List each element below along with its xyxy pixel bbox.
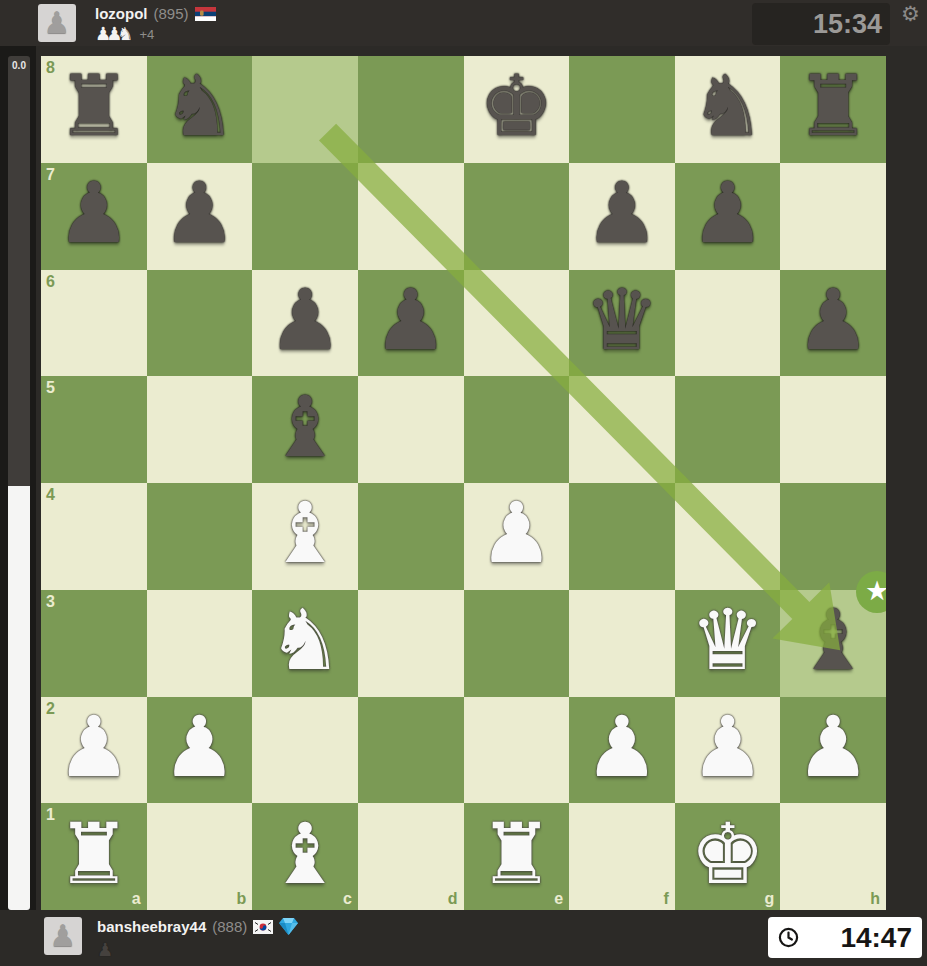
square-e8[interactable]: ♚ <box>464 56 570 163</box>
clock-icon <box>778 927 799 948</box>
bottom-player-rating: (888) <box>212 918 247 935</box>
file-label-e: e <box>554 890 563 908</box>
square-d8[interactable] <box>358 56 464 163</box>
square-c7[interactable] <box>252 163 358 270</box>
square-f7[interactable]: ♟ <box>569 163 675 270</box>
piece-black-queen: ♛ <box>584 278 659 362</box>
eval-bar-black-portion: 0.0 <box>8 56 30 486</box>
chess-board: ★ ♜8♞♚♞♜♟7♟♟♟6♟♟♛♟5♝4♝♟3♞♛♝♟2♟♟♟♟♜1ab♝cd… <box>41 56 886 910</box>
square-a2[interactable]: ♟2 <box>41 697 147 804</box>
file-label-f: f <box>663 890 668 908</box>
piece-white-knight: ♞ <box>267 598 342 682</box>
square-d7[interactable] <box>358 163 464 270</box>
bottom-player-bar: ♟ bansheebray44 (888) ♟ 14:47 <box>0 910 927 966</box>
square-b8[interactable]: ♞ <box>147 56 253 163</box>
bottom-player-avatar[interactable]: ♟ <box>44 917 82 955</box>
piece-white-pawn: ♟ <box>56 705 131 789</box>
square-d2[interactable] <box>358 697 464 804</box>
square-c1[interactable]: ♝c <box>252 803 358 910</box>
square-c5[interactable]: ♝ <box>252 376 358 483</box>
evaluation-bar: 0.0 <box>8 56 30 910</box>
bottom-clock: 14:47 <box>768 917 922 958</box>
square-d1[interactable]: d <box>358 803 464 910</box>
top-player-bar: ♟ lozopol (895) ♟♟♞ +4 15:34 ⚙ <box>0 0 927 46</box>
rank-label-3: 3 <box>46 593 55 611</box>
square-h8[interactable]: ♜ <box>780 56 886 163</box>
square-g3[interactable]: ♛ <box>675 590 781 697</box>
piece-black-pawn: ♟ <box>267 278 342 362</box>
piece-black-pawn: ♟ <box>690 171 765 255</box>
square-b1[interactable]: b <box>147 803 253 910</box>
piece-black-pawn: ♟ <box>162 171 237 255</box>
square-a5[interactable]: 5 <box>41 376 147 483</box>
rank-label-6: 6 <box>46 273 55 291</box>
piece-white-bishop: ♝ <box>267 491 342 575</box>
rank-label-8: 8 <box>46 59 55 77</box>
square-c6[interactable]: ♟ <box>252 270 358 377</box>
square-g6[interactable] <box>675 270 781 377</box>
piece-black-rook: ♜ <box>56 64 131 148</box>
piece-white-queen: ♛ <box>690 598 765 682</box>
square-c2[interactable] <box>252 697 358 804</box>
square-a8[interactable]: ♜8 <box>41 56 147 163</box>
square-g1[interactable]: ♚g <box>675 803 781 910</box>
top-clock-time: 15:34 <box>813 9 882 40</box>
file-label-d: d <box>448 890 458 908</box>
piece-black-pawn: ♟ <box>56 171 131 255</box>
piece-white-rook: ♜ <box>479 812 554 896</box>
square-a4[interactable]: 4 <box>41 483 147 590</box>
star-icon: ★ <box>865 577 886 604</box>
square-e6[interactable] <box>464 270 570 377</box>
top-player-line: lozopol (895) <box>95 5 216 22</box>
square-g8[interactable]: ♞ <box>675 56 781 163</box>
file-label-a: a <box>132 890 141 908</box>
square-h1[interactable]: h <box>780 803 886 910</box>
square-b4[interactable] <box>147 483 253 590</box>
avatar-pawn-icon: ♟ <box>50 921 77 951</box>
file-label-g: g <box>765 890 775 908</box>
rank-label-1: 1 <box>46 806 55 824</box>
top-player-name[interactable]: lozopol <box>95 5 148 22</box>
square-b3[interactable] <box>147 590 253 697</box>
piece-black-knight: ♞ <box>690 64 765 148</box>
avatar-pawn-icon: ♟ <box>44 8 71 38</box>
piece-black-pawn: ♟ <box>584 171 659 255</box>
piece-black-pawn: ♟ <box>373 278 448 362</box>
square-f6[interactable]: ♛ <box>569 270 675 377</box>
captured-black-pieces-icons: ♟ <box>97 941 113 959</box>
material-advantage: +4 <box>139 27 154 42</box>
settings-gear-icon[interactable]: ⚙ <box>901 3 920 24</box>
square-h2[interactable]: ♟ <box>780 697 886 804</box>
piece-black-knight: ♞ <box>162 64 237 148</box>
rank-label-5: 5 <box>46 379 55 397</box>
top-player-avatar[interactable]: ♟ <box>38 4 76 42</box>
square-b7[interactable]: ♟ <box>147 163 253 270</box>
square-e4[interactable]: ♟ <box>464 483 570 590</box>
file-label-c: c <box>343 890 352 908</box>
square-f5[interactable] <box>569 376 675 483</box>
piece-white-pawn: ♟ <box>584 705 659 789</box>
piece-black-pawn: ♟ <box>796 278 871 362</box>
square-h6[interactable]: ♟ <box>780 270 886 377</box>
square-f8[interactable] <box>569 56 675 163</box>
square-c4[interactable]: ♝ <box>252 483 358 590</box>
rank-label-2: 2 <box>46 700 55 718</box>
square-b2[interactable]: ♟ <box>147 697 253 804</box>
piece-black-bishop: ♝ <box>796 598 871 682</box>
rank-label-4: 4 <box>46 486 55 504</box>
square-d6[interactable]: ♟ <box>358 270 464 377</box>
square-h7[interactable] <box>780 163 886 270</box>
square-d3[interactable] <box>358 590 464 697</box>
square-a7[interactable]: ♟7 <box>41 163 147 270</box>
square-e5[interactable] <box>464 376 570 483</box>
square-a6[interactable]: 6 <box>41 270 147 377</box>
rank-label-7: 7 <box>46 166 55 184</box>
square-b6[interactable] <box>147 270 253 377</box>
top-captured-pieces: ♟♟♞ +4 <box>95 25 154 43</box>
square-a1[interactable]: ♜1a <box>41 803 147 910</box>
bottom-player-line: bansheebray44 (888) <box>97 918 298 935</box>
square-e7[interactable] <box>464 163 570 270</box>
serbia-flag-icon <box>195 7 216 21</box>
square-e2[interactable] <box>464 697 570 804</box>
top-clock: 15:34 <box>752 3 890 45</box>
square-d5[interactable] <box>358 376 464 483</box>
piece-white-king: ♚ <box>690 812 765 896</box>
square-e3[interactable] <box>464 590 570 697</box>
file-label-h: h <box>870 890 880 908</box>
piece-black-king: ♚ <box>479 64 554 148</box>
square-d4[interactable] <box>358 483 464 590</box>
piece-white-pawn: ♟ <box>479 491 554 575</box>
square-f1[interactable]: f <box>569 803 675 910</box>
bottom-captured-pieces: ♟ <box>97 941 113 959</box>
bottom-clock-time: 14:47 <box>840 922 912 954</box>
square-f3[interactable] <box>569 590 675 697</box>
square-b5[interactable] <box>147 376 253 483</box>
chess-app: ♟ lozopol (895) ♟♟♞ +4 15:34 ⚙ 0.0 ★ <box>0 0 927 966</box>
piece-black-rook: ♜ <box>796 64 871 148</box>
square-g2[interactable]: ♟ <box>675 697 781 804</box>
square-c3[interactable]: ♞ <box>252 590 358 697</box>
square-a3[interactable]: 3 <box>41 590 147 697</box>
eval-bar-white-portion <box>8 486 30 910</box>
piece-white-pawn: ♟ <box>796 705 871 789</box>
square-g4[interactable] <box>675 483 781 590</box>
diamond-membership-icon <box>279 918 298 935</box>
square-f2[interactable]: ♟ <box>569 697 675 804</box>
piece-white-pawn: ♟ <box>690 705 765 789</box>
piece-black-bishop: ♝ <box>267 385 342 469</box>
eval-score-label: 0.0 <box>8 60 30 71</box>
square-g7[interactable]: ♟ <box>675 163 781 270</box>
square-g5[interactable] <box>675 376 781 483</box>
square-h5[interactable] <box>780 376 886 483</box>
bottom-player-name[interactable]: bansheebray44 <box>97 918 206 935</box>
square-f4[interactable] <box>569 483 675 590</box>
file-label-b: b <box>236 890 246 908</box>
captured-white-pieces-icons: ♟♟♞ <box>95 25 133 43</box>
square-e1[interactable]: ♜e <box>464 803 570 910</box>
piece-white-pawn: ♟ <box>162 705 237 789</box>
piece-white-bishop: ♝ <box>267 812 342 896</box>
square-c8[interactable] <box>252 56 358 163</box>
top-player-rating: (895) <box>154 5 189 22</box>
piece-white-rook: ♜ <box>56 812 131 896</box>
south-korea-flag-icon <box>253 920 273 934</box>
